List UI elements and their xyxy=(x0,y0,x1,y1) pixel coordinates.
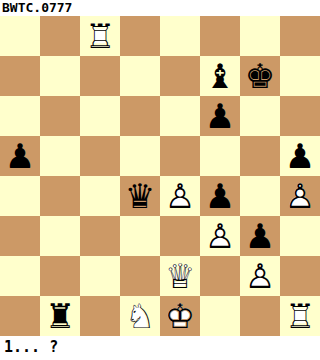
piece-glyph: ♟ xyxy=(200,96,240,136)
square-h3[interactable] xyxy=(280,216,320,256)
piece-black-king: ♚ xyxy=(240,56,280,96)
piece-glyph: ♟ xyxy=(240,216,280,256)
piece-glyph: ♚ xyxy=(240,56,280,96)
square-a8[interactable] xyxy=(0,16,40,56)
chess-board: ♜♖♝♚♟♟♟♛♟♙♟♟♙♟♙♟♛♕♟♙♜♞♘♚♔♜♖ xyxy=(0,16,320,336)
square-f5[interactable] xyxy=(200,136,240,176)
square-h5[interactable]: ♟ xyxy=(280,136,320,176)
piece-white-rook: ♜♖ xyxy=(280,296,320,336)
square-b8[interactable] xyxy=(40,16,80,56)
square-d4[interactable]: ♛ xyxy=(120,176,160,216)
square-e5[interactable] xyxy=(160,136,200,176)
piece-glyph-outline: ♖ xyxy=(80,16,120,56)
square-h6[interactable] xyxy=(280,96,320,136)
square-b3[interactable] xyxy=(40,216,80,256)
move-prompt: 1... ? xyxy=(0,336,320,360)
square-e7[interactable] xyxy=(160,56,200,96)
piece-glyph-outline: ♕ xyxy=(160,256,200,296)
square-f8[interactable] xyxy=(200,16,240,56)
piece-glyph-outline: ♘ xyxy=(120,296,160,336)
square-f7[interactable]: ♝ xyxy=(200,56,240,96)
square-c4[interactable] xyxy=(80,176,120,216)
square-c5[interactable] xyxy=(80,136,120,176)
square-c3[interactable] xyxy=(80,216,120,256)
piece-black-pawn: ♟ xyxy=(0,136,40,176)
square-f2[interactable] xyxy=(200,256,240,296)
square-g7[interactable]: ♚ xyxy=(240,56,280,96)
square-d3[interactable] xyxy=(120,216,160,256)
square-a3[interactable] xyxy=(0,216,40,256)
square-a1[interactable] xyxy=(0,296,40,336)
square-a4[interactable] xyxy=(0,176,40,216)
square-e2[interactable]: ♛♕ xyxy=(160,256,200,296)
piece-white-queen: ♛♕ xyxy=(160,256,200,296)
piece-black-rook: ♜ xyxy=(40,296,80,336)
piece-glyph-outline: ♙ xyxy=(160,176,200,216)
square-h1[interactable]: ♜♖ xyxy=(280,296,320,336)
square-e4[interactable]: ♟♙ xyxy=(160,176,200,216)
square-a2[interactable] xyxy=(0,256,40,296)
piece-glyph: ♟ xyxy=(200,176,240,216)
square-d2[interactable] xyxy=(120,256,160,296)
piece-glyph-outline: ♖ xyxy=(280,296,320,336)
piece-glyph-outline: ♙ xyxy=(240,256,280,296)
square-d7[interactable] xyxy=(120,56,160,96)
square-c7[interactable] xyxy=(80,56,120,96)
square-a5[interactable]: ♟ xyxy=(0,136,40,176)
piece-glyph-outline: ♙ xyxy=(280,176,320,216)
piece-white-rook: ♜♖ xyxy=(80,16,120,56)
square-f6[interactable]: ♟ xyxy=(200,96,240,136)
piece-glyph: ♛ xyxy=(120,176,160,216)
square-h4[interactable]: ♟♙ xyxy=(280,176,320,216)
square-g1[interactable] xyxy=(240,296,280,336)
piece-black-pawn: ♟ xyxy=(280,136,320,176)
square-d1[interactable]: ♞♘ xyxy=(120,296,160,336)
square-h7[interactable] xyxy=(280,56,320,96)
square-e8[interactable] xyxy=(160,16,200,56)
piece-black-pawn: ♟ xyxy=(200,176,240,216)
square-b6[interactable] xyxy=(40,96,80,136)
square-g3[interactable]: ♟ xyxy=(240,216,280,256)
piece-white-king: ♚♔ xyxy=(160,296,200,336)
piece-black-queen: ♛ xyxy=(120,176,160,216)
square-g8[interactable] xyxy=(240,16,280,56)
piece-glyph-outline: ♙ xyxy=(200,216,240,256)
square-c6[interactable] xyxy=(80,96,120,136)
square-g6[interactable] xyxy=(240,96,280,136)
piece-white-pawn: ♟♙ xyxy=(240,256,280,296)
square-e6[interactable] xyxy=(160,96,200,136)
square-c8[interactable]: ♜♖ xyxy=(80,16,120,56)
square-c2[interactable] xyxy=(80,256,120,296)
square-e3[interactable] xyxy=(160,216,200,256)
square-d8[interactable] xyxy=(120,16,160,56)
square-f3[interactable]: ♟♙ xyxy=(200,216,240,256)
piece-white-pawn: ♟♙ xyxy=(200,216,240,256)
piece-glyph: ♟ xyxy=(0,136,40,176)
piece-white-pawn: ♟♙ xyxy=(280,176,320,216)
piece-black-pawn: ♟ xyxy=(240,216,280,256)
square-f4[interactable]: ♟ xyxy=(200,176,240,216)
square-g5[interactable] xyxy=(240,136,280,176)
square-b2[interactable] xyxy=(40,256,80,296)
piece-glyph: ♜ xyxy=(40,296,80,336)
square-g4[interactable] xyxy=(240,176,280,216)
square-h8[interactable] xyxy=(280,16,320,56)
piece-white-pawn: ♟♙ xyxy=(160,176,200,216)
square-c1[interactable] xyxy=(80,296,120,336)
square-b4[interactable] xyxy=(40,176,80,216)
square-f1[interactable] xyxy=(200,296,240,336)
piece-glyph: ♝ xyxy=(200,56,240,96)
square-d5[interactable] xyxy=(120,136,160,176)
square-b7[interactable] xyxy=(40,56,80,96)
page-title: BWTC.0777 xyxy=(0,0,320,16)
square-g2[interactable]: ♟♙ xyxy=(240,256,280,296)
square-b1[interactable]: ♜ xyxy=(40,296,80,336)
square-e1[interactable]: ♚♔ xyxy=(160,296,200,336)
piece-black-pawn: ♟ xyxy=(200,96,240,136)
square-a7[interactable] xyxy=(0,56,40,96)
square-h2[interactable] xyxy=(280,256,320,296)
piece-black-bishop: ♝ xyxy=(200,56,240,96)
square-a6[interactable] xyxy=(0,96,40,136)
piece-glyph: ♟ xyxy=(280,136,320,176)
piece-glyph-outline: ♔ xyxy=(160,296,200,336)
square-d6[interactable] xyxy=(120,96,160,136)
square-b5[interactable] xyxy=(40,136,80,176)
piece-white-knight: ♞♘ xyxy=(120,296,160,336)
